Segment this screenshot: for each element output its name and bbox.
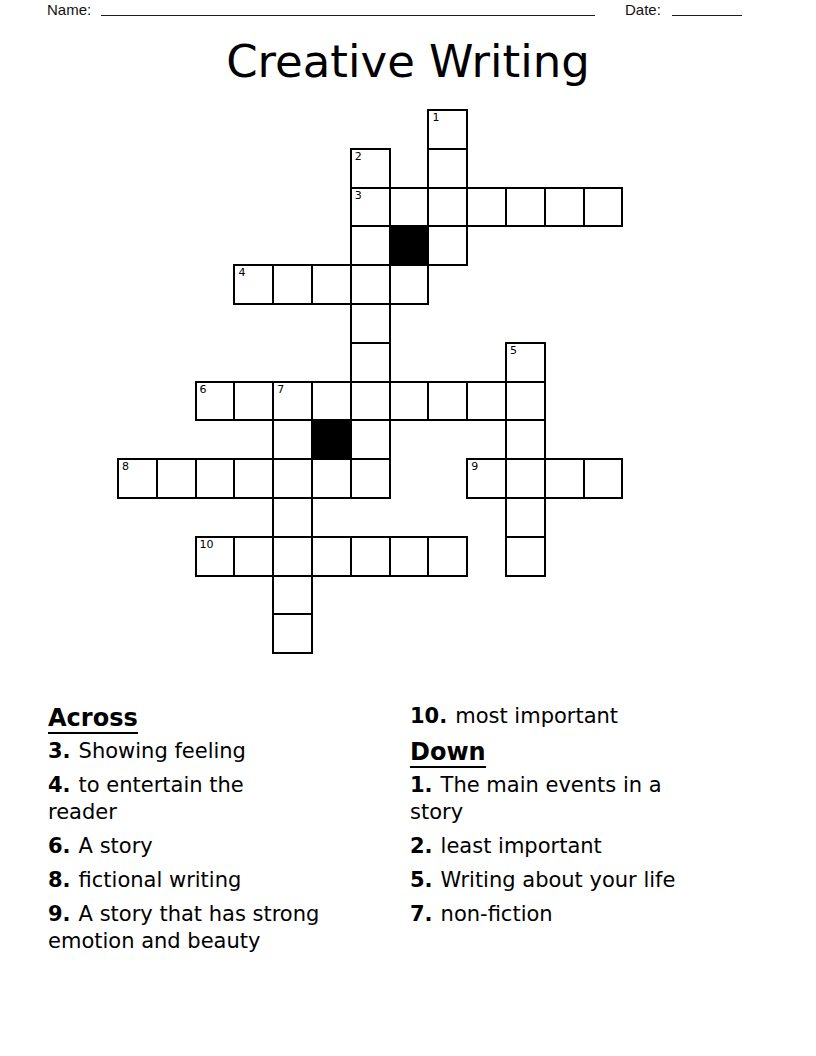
grid-cell[interactable] (544, 187, 585, 228)
clue-item-number: 9. (48, 902, 71, 926)
clue-item-text: least important (441, 834, 602, 858)
clue-number: 3 (355, 190, 362, 201)
clue-item-text: A story (79, 834, 153, 858)
clue-item-number: 10. (410, 704, 447, 728)
grid-cell[interactable]: 3 (350, 187, 391, 228)
across-clue-8: 8.fictional writing (48, 867, 403, 894)
worksheet-page: Name: Date: Creative Writing 12345678910… (0, 0, 816, 1056)
clue-item-number: 5. (410, 868, 433, 892)
clue-number: 5 (510, 345, 517, 356)
name-blank-line (101, 0, 595, 16)
grid-cell[interactable] (272, 497, 313, 538)
grid-cell[interactable] (272, 419, 313, 460)
clue-number: 9 (471, 461, 478, 472)
across-clues-list: 3.Showing feeling4.to entertain the read… (48, 738, 403, 955)
grid-cell[interactable] (427, 148, 468, 189)
grid-cell[interactable] (505, 536, 546, 577)
grid-cell[interactable] (427, 187, 468, 228)
clue-item-number: 8. (48, 868, 71, 892)
page-title: Creative Writing (0, 36, 816, 88)
across-clues-overflow-list: 10.most important (410, 703, 778, 730)
clue-number: 2 (355, 151, 362, 162)
clue-item-text: non-fiction (441, 902, 553, 926)
across-heading: Across (48, 704, 138, 734)
clues-column-left: Across 3.Showing feeling4.to entertain t… (48, 703, 403, 962)
grid-cell[interactable]: 8 (117, 458, 158, 499)
clue-item-text: Showing feeling (79, 739, 246, 763)
across-clue-6: 6.A story (48, 833, 403, 860)
grid-cell[interactable] (311, 381, 352, 422)
down-clue-5: 5.Writing about your life (410, 867, 778, 894)
across-clue-9: 9.A story that has strong emotion and be… (48, 901, 403, 955)
clue-number: 7 (277, 384, 284, 395)
grid-cell[interactable] (350, 303, 391, 344)
clue-item-number: 6. (48, 834, 71, 858)
clue-number: 4 (238, 267, 245, 278)
clue-item-number: 7. (410, 902, 433, 926)
clue-item-text: The main events in a story (410, 773, 662, 824)
grid-cell[interactable] (350, 536, 391, 577)
date-blank-line (672, 0, 742, 16)
across-clue-4: 4.to entertain the reader (48, 772, 403, 826)
grid-cell[interactable]: 1 (427, 109, 468, 150)
down-heading-row: Down (410, 737, 778, 767)
grid-cell[interactable]: 10 (195, 536, 236, 577)
grid-cell[interactable] (583, 187, 624, 228)
across-clue-10: 10.most important (410, 703, 778, 730)
grid-cell[interactable] (505, 419, 546, 460)
black-cell (311, 419, 352, 460)
grid-cell[interactable] (350, 225, 391, 266)
grid-cell[interactable] (311, 458, 352, 499)
grid-cell[interactable] (544, 458, 585, 499)
grid-cell[interactable] (350, 264, 391, 305)
grid-cell[interactable] (272, 536, 313, 577)
grid-cell[interactable] (389, 187, 430, 228)
clue-item-text: to entertain the reader (48, 773, 244, 824)
grid-cell[interactable] (350, 342, 391, 383)
grid-cell[interactable] (272, 264, 313, 305)
grid-cell[interactable] (427, 536, 468, 577)
down-heading: Down (410, 738, 486, 768)
grid-cell[interactable]: 6 (195, 381, 236, 422)
clue-item-number: 2. (410, 834, 433, 858)
grid-cell[interactable] (311, 264, 352, 305)
down-clues-list: 1.The main events in a story2.least impo… (410, 772, 778, 928)
clue-number: 6 (200, 384, 207, 395)
clue-item-text: most important (455, 704, 618, 728)
crossword-grid: 12345678910 (118, 110, 624, 655)
grid-cell[interactable]: 5 (505, 342, 546, 383)
down-clue-1: 1.The main events in a story (410, 772, 778, 826)
grid-cell[interactable]: 4 (233, 264, 274, 305)
grid-cell[interactable] (389, 536, 430, 577)
grid-cell[interactable] (505, 458, 546, 499)
grid-cell[interactable] (466, 381, 507, 422)
grid-cell[interactable] (389, 381, 430, 422)
grid-cell[interactable] (233, 536, 274, 577)
grid-cell[interactable] (350, 381, 391, 422)
grid-cell[interactable] (427, 225, 468, 266)
clue-item-number: 1. (410, 773, 433, 797)
grid-cell[interactable] (156, 458, 197, 499)
across-clue-3: 3.Showing feeling (48, 738, 403, 765)
clue-item-text: fictional writing (79, 868, 242, 892)
across-heading-row: Across (48, 703, 403, 733)
clue-item-text: Writing about your life (441, 868, 676, 892)
grid-cell[interactable] (505, 187, 546, 228)
grid-cell[interactable]: 9 (466, 458, 507, 499)
grid-cell[interactable] (272, 575, 313, 616)
grid-cell[interactable] (195, 458, 236, 499)
grid-cell[interactable] (505, 381, 546, 422)
clue-item-number: 4. (48, 773, 71, 797)
grid-cell[interactable]: 7 (272, 381, 313, 422)
clues-column-right: 10.most important Down 1.The main events… (410, 703, 778, 935)
grid-cell[interactable] (350, 419, 391, 460)
black-cell (389, 225, 430, 266)
grid-cell[interactable] (272, 613, 313, 654)
grid-cell[interactable] (233, 458, 274, 499)
grid-cell[interactable]: 2 (350, 148, 391, 189)
grid-cell[interactable] (583, 458, 624, 499)
grid-cell[interactable] (350, 458, 391, 499)
grid-cell[interactable] (466, 187, 507, 228)
clue-number: 8 (122, 461, 129, 472)
clue-number: 10 (200, 539, 214, 550)
grid-cell[interactable] (311, 536, 352, 577)
down-clue-2: 2.least important (410, 833, 778, 860)
clue-item-number: 3. (48, 739, 71, 763)
down-clue-7: 7.non-fiction (410, 901, 778, 928)
clue-number: 1 (432, 112, 439, 123)
grid-cell[interactable] (272, 458, 313, 499)
grid-cell[interactable] (427, 381, 468, 422)
date-label: Date: (625, 1, 661, 18)
clue-item-text: A story that has strong emotion and beau… (48, 902, 319, 953)
name-label: Name: (47, 1, 91, 18)
grid-cell[interactable] (505, 497, 546, 538)
grid-cell[interactable] (389, 264, 430, 305)
grid-cell[interactable] (233, 381, 274, 422)
